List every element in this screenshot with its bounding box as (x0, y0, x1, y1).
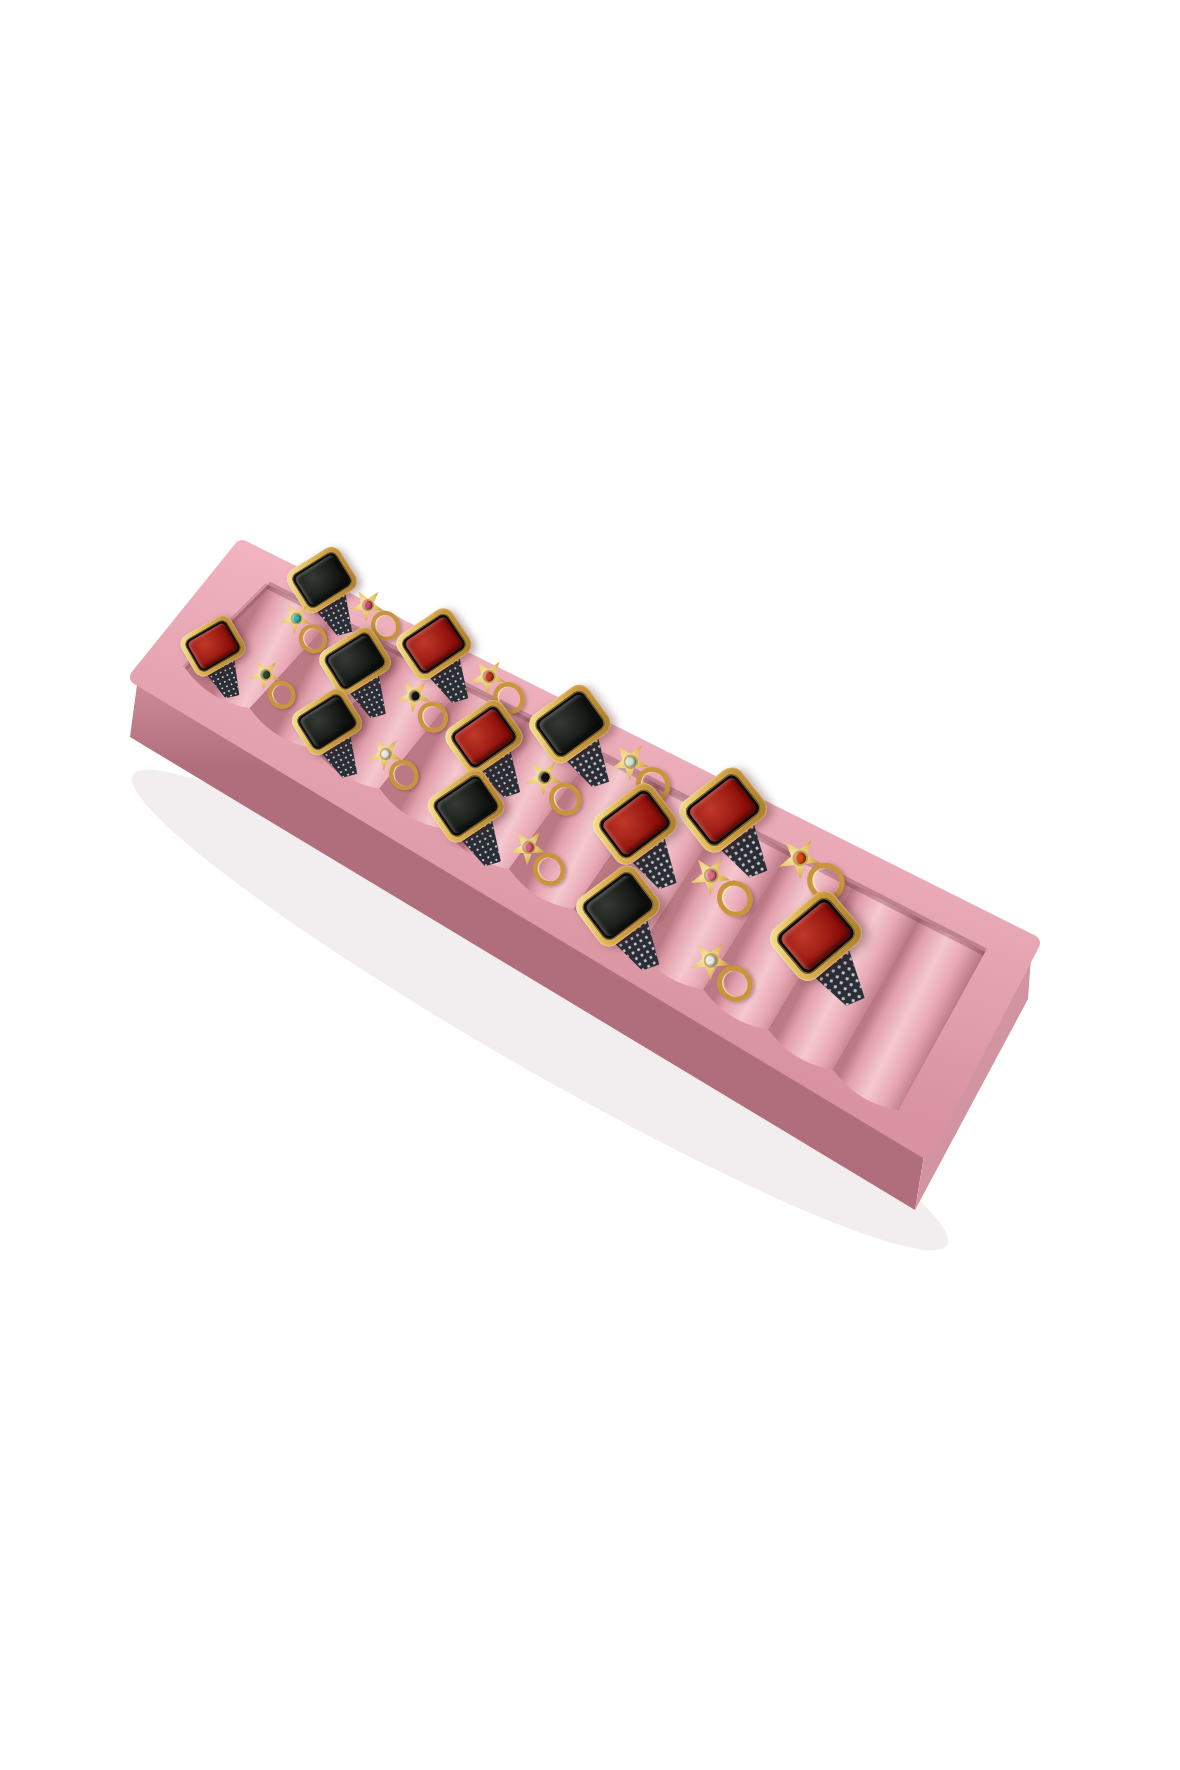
gold-bezel (177, 612, 249, 680)
gold-band (543, 776, 589, 822)
gold-band (263, 675, 301, 714)
gold-band (527, 847, 572, 893)
product-photo-scene (0, 0, 1180, 1770)
gold-bezel (392, 604, 476, 685)
gold-bezel (283, 543, 361, 618)
gold-band (383, 754, 424, 796)
rings-group (0, 0, 1180, 1770)
